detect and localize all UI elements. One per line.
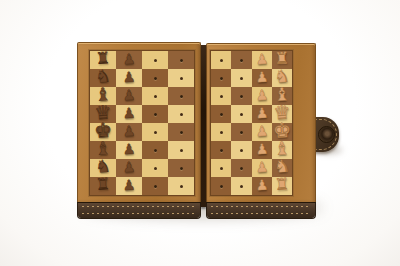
black-pawn[interactable]: ♟ xyxy=(122,142,135,157)
square-r8c2[interactable]: ♟ xyxy=(116,177,142,195)
square-r8c1[interactable]: ♜ xyxy=(90,177,116,195)
white-pawn[interactable]: ♟ xyxy=(255,124,268,139)
white-pawn[interactable]: ♟ xyxy=(255,70,268,85)
peg-hole xyxy=(180,131,183,134)
black-rook[interactable]: ♜ xyxy=(95,176,110,193)
square-r5c6[interactable] xyxy=(231,123,251,141)
peg-hole xyxy=(154,131,157,134)
peg-hole xyxy=(154,185,157,188)
white-pawn[interactable]: ♟ xyxy=(255,88,268,103)
peg-hole xyxy=(240,59,243,62)
white-rook[interactable]: ♜ xyxy=(274,50,289,67)
peg-hole xyxy=(180,95,183,98)
square-r1c6[interactable] xyxy=(231,51,251,69)
peg-hole xyxy=(154,113,157,116)
square-r1c7[interactable]: ♟ xyxy=(252,51,272,69)
peg-hole xyxy=(240,185,243,188)
right-board-panel: ♟♜♟♞♟♝♟♛♟♚♟♝♟♞♟♜ xyxy=(206,43,316,219)
peg-hole xyxy=(220,95,223,98)
peg-hole xyxy=(154,149,157,152)
black-pawn[interactable]: ♟ xyxy=(122,70,135,85)
square-r8c6[interactable] xyxy=(231,177,251,195)
black-pawn[interactable]: ♟ xyxy=(122,52,135,67)
square-r4c7[interactable]: ♟ xyxy=(252,105,272,123)
black-pawn[interactable]: ♟ xyxy=(122,88,135,103)
square-r5c5[interactable] xyxy=(211,123,231,141)
square-r1c3[interactable] xyxy=(142,51,168,69)
square-r1c2[interactable]: ♟ xyxy=(116,51,142,69)
white-pawn[interactable]: ♟ xyxy=(255,160,268,175)
square-r8c4[interactable] xyxy=(168,177,194,195)
square-r8c3[interactable] xyxy=(142,177,168,195)
peg-hole xyxy=(220,185,223,188)
peg-hole xyxy=(180,77,183,80)
square-r1c5[interactable] xyxy=(211,51,231,69)
square-r5c3[interactable] xyxy=(142,123,168,141)
square-r3c7[interactable]: ♟ xyxy=(252,87,272,105)
square-r8c8[interactable]: ♜ xyxy=(272,177,292,195)
square-r3c2[interactable]: ♟ xyxy=(116,87,142,105)
black-knight[interactable]: ♞ xyxy=(95,158,111,176)
peg-hole xyxy=(240,149,243,152)
square-r7c3[interactable] xyxy=(142,159,168,177)
peg-hole xyxy=(220,113,223,116)
peg-hole xyxy=(154,77,157,80)
left-board-grid: ♜♟♞♟♝♟♛♟♚♟♝♟♞♟♜♟ xyxy=(89,50,195,196)
square-r5c2[interactable]: ♟ xyxy=(116,123,142,141)
square-r6c7[interactable]: ♟ xyxy=(252,141,272,159)
black-rook[interactable]: ♜ xyxy=(95,50,110,67)
peg-hole xyxy=(220,149,223,152)
square-r2c2[interactable]: ♟ xyxy=(116,69,142,87)
square-r2c4[interactable] xyxy=(168,69,194,87)
white-rook[interactable]: ♜ xyxy=(274,176,289,193)
peg-hole xyxy=(154,167,157,170)
peg-hole xyxy=(220,77,223,80)
square-r1c4[interactable] xyxy=(168,51,194,69)
peg-hole xyxy=(240,167,243,170)
travel-chess-set: ♜♟♞♟♝♟♛♟♚♟♝♟♞♟♜♟ ♟♜♟♞♟♝♟♛♟♚♟♝♟♞♟♜ xyxy=(77,42,316,219)
square-r2c6[interactable] xyxy=(231,69,251,87)
peg-hole xyxy=(180,185,183,188)
square-r3c5[interactable] xyxy=(211,87,231,105)
square-r8c5[interactable] xyxy=(211,177,231,195)
white-pawn[interactable]: ♟ xyxy=(255,178,268,193)
product-photo: ♜♟♞♟♝♟♛♟♚♟♝♟♞♟♜♟ ♟♜♟♞♟♝♟♛♟♚♟♝♟♞♟♜ xyxy=(0,0,400,266)
square-r6c4[interactable] xyxy=(168,141,194,159)
left-board-panel: ♜♟♞♟♝♟♛♟♚♟♝♟♞♟♜♟ xyxy=(77,42,201,219)
square-r6c3[interactable] xyxy=(142,141,168,159)
clasp-curl xyxy=(318,126,335,143)
square-r2c7[interactable]: ♟ xyxy=(252,69,272,87)
black-pawn[interactable]: ♟ xyxy=(122,178,135,193)
square-r6c5[interactable] xyxy=(211,141,231,159)
square-r3c3[interactable] xyxy=(142,87,168,105)
square-r2c3[interactable] xyxy=(142,69,168,87)
peg-hole xyxy=(240,77,243,80)
square-r4c5[interactable] xyxy=(211,105,231,123)
white-knight[interactable]: ♞ xyxy=(274,158,290,176)
right-board-grid: ♟♜♟♞♟♝♟♛♟♚♟♝♟♞♟♜ xyxy=(210,50,293,196)
square-r4c6[interactable] xyxy=(231,105,251,123)
square-r6c6[interactable] xyxy=(231,141,251,159)
white-pawn[interactable]: ♟ xyxy=(255,142,268,157)
black-pawn[interactable]: ♟ xyxy=(122,106,135,121)
right-leather-edge xyxy=(206,202,316,219)
black-pawn[interactable]: ♟ xyxy=(122,160,135,175)
peg-hole xyxy=(220,131,223,134)
peg-hole xyxy=(240,113,243,116)
left-wood-frame: ♜♟♞♟♝♟♛♟♚♟♝♟♞♟♜♟ xyxy=(77,42,201,202)
black-pawn[interactable]: ♟ xyxy=(122,124,135,139)
white-pawn[interactable]: ♟ xyxy=(255,106,268,121)
square-r7c7[interactable]: ♟ xyxy=(252,159,272,177)
square-r7c5[interactable] xyxy=(211,159,231,177)
peg-hole xyxy=(180,149,183,152)
right-wood-frame: ♟♜♟♞♟♝♟♛♟♚♟♝♟♞♟♜ xyxy=(206,43,316,202)
square-r4c3[interactable] xyxy=(142,105,168,123)
square-r8c7[interactable]: ♟ xyxy=(252,177,272,195)
square-r7c2[interactable]: ♟ xyxy=(116,159,142,177)
square-r4c4[interactable] xyxy=(168,105,194,123)
peg-hole xyxy=(180,167,183,170)
square-r7c6[interactable] xyxy=(231,159,251,177)
peg-hole xyxy=(220,167,223,170)
peg-hole xyxy=(154,59,157,62)
peg-hole xyxy=(180,113,183,116)
square-r3c4[interactable] xyxy=(168,87,194,105)
square-r6c2[interactable]: ♟ xyxy=(116,141,142,159)
peg-hole xyxy=(240,131,243,134)
peg-hole xyxy=(180,59,183,62)
white-pawn[interactable]: ♟ xyxy=(255,52,268,67)
peg-hole xyxy=(240,95,243,98)
peg-hole xyxy=(154,95,157,98)
square-r5c7[interactable]: ♟ xyxy=(252,123,272,141)
square-r2c5[interactable] xyxy=(211,69,231,87)
square-r5c4[interactable] xyxy=(168,123,194,141)
hinge xyxy=(201,45,206,207)
peg-hole xyxy=(220,59,223,62)
left-leather-edge xyxy=(77,202,201,219)
square-r7c4[interactable] xyxy=(168,159,194,177)
square-r4c2[interactable]: ♟ xyxy=(116,105,142,123)
square-r3c6[interactable] xyxy=(231,87,251,105)
